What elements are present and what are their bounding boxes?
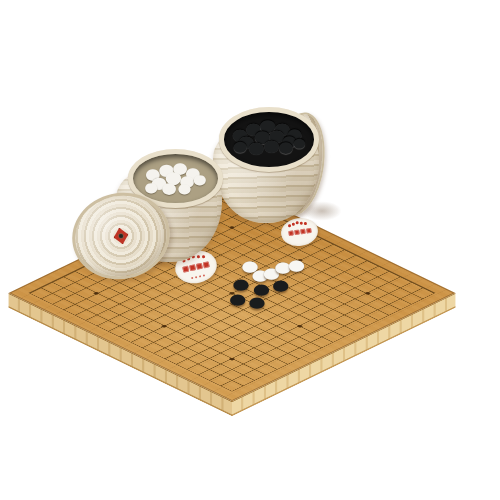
seal-character [300, 229, 306, 235]
star-point [161, 325, 168, 328]
product-photo-stage: ●●●●●●●●●●●●●● ●●●●●●●●●●● ●●●●●●●●●● [0, 0, 500, 500]
white-stone-in-bowl: ● [193, 173, 207, 187]
bowl-stones-white: ●●●●●●●●●●● [133, 154, 218, 203]
star-point [296, 259, 303, 262]
star-point [228, 292, 235, 295]
bowl-stones-black: ●●●●●●●●●●●●●● [224, 112, 314, 166]
seal-character [294, 230, 300, 236]
white-stone-in-bowl: ● [144, 181, 158, 195]
star-point [228, 357, 235, 360]
seal-character [203, 261, 210, 268]
seal-character [288, 230, 294, 236]
white-stone-in-bowl: ● [161, 180, 177, 195]
seal-character [189, 264, 196, 271]
star-point [93, 292, 100, 295]
black-stone-in-bowl: ● [278, 139, 294, 154]
seal-character [182, 266, 189, 273]
black-stone-in-bowl: ● [233, 139, 248, 153]
seal-arc-text-marks [288, 224, 291, 227]
bowl-mouth: ●●●●●●●●●●●●●● [219, 107, 319, 171]
black-stone-in-bowl: ● [248, 139, 265, 155]
star-point [364, 292, 371, 295]
seal-character-blocks [288, 228, 311, 236]
seal-character [306, 228, 312, 234]
seal-small-text-marks [191, 277, 193, 279]
black-stone-bowl: ●●●●●●●●●●●●●● [210, 105, 322, 223]
black-stone-in-bowl: ● [293, 137, 306, 150]
star-point [228, 226, 235, 229]
white-stone-in-bowl: ● [177, 182, 191, 196]
seal-character-blocks [182, 261, 210, 272]
seal-character [196, 263, 203, 270]
star-point [296, 325, 303, 328]
